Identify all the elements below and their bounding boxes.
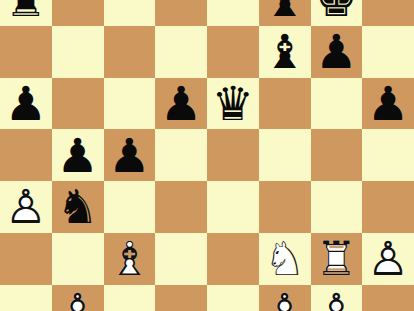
square-h7[interactable] — [362, 26, 414, 78]
square-f4[interactable] — [259, 181, 311, 233]
square-d7[interactable] — [155, 26, 207, 78]
black-bishop[interactable]: ♝ — [259, 26, 311, 78]
square-a6[interactable]: ♟ — [0, 78, 52, 130]
square-g7[interactable]: ♟ — [311, 26, 363, 78]
square-e8[interactable] — [207, 0, 259, 26]
square-g2[interactable]: ♟♙ — [311, 285, 363, 311]
black-pawn[interactable]: ♟ — [362, 78, 414, 130]
square-e3[interactable] — [207, 233, 259, 285]
white-knight[interactable]: ♘ — [259, 233, 311, 285]
chess-board: ♜♝♚♝♟♟♟♛♟♟♟♟♙♞♝♗♞♘♜♖♟♙♟♙♟♙♟♙ — [0, 0, 414, 311]
square-g5[interactable] — [311, 129, 363, 181]
square-b2[interactable]: ♟♙ — [52, 285, 104, 311]
square-f6[interactable] — [259, 78, 311, 130]
square-h2[interactable] — [362, 285, 414, 311]
square-g4[interactable] — [311, 181, 363, 233]
square-d5[interactable] — [155, 129, 207, 181]
square-g3[interactable]: ♜♖ — [311, 233, 363, 285]
square-e2[interactable] — [207, 285, 259, 311]
white-pawn[interactable]: ♙ — [311, 285, 363, 311]
square-c3[interactable]: ♝♗ — [104, 233, 156, 285]
square-f7[interactable]: ♝ — [259, 26, 311, 78]
white-pawn[interactable]: ♙ — [52, 285, 104, 311]
square-d4[interactable] — [155, 181, 207, 233]
square-e7[interactable] — [207, 26, 259, 78]
square-b6[interactable] — [52, 78, 104, 130]
square-b4[interactable]: ♞ — [52, 181, 104, 233]
black-pawn[interactable]: ♟ — [104, 129, 156, 181]
white-pawn[interactable]: ♙ — [362, 233, 414, 285]
square-c4[interactable] — [104, 181, 156, 233]
square-h6[interactable]: ♟ — [362, 78, 414, 130]
white-pawn[interactable]: ♙ — [259, 285, 311, 311]
square-c5[interactable]: ♟ — [104, 129, 156, 181]
square-a7[interactable] — [0, 26, 52, 78]
square-d3[interactable] — [155, 233, 207, 285]
square-b3[interactable] — [52, 233, 104, 285]
square-c8[interactable] — [104, 0, 156, 26]
square-b7[interactable] — [52, 26, 104, 78]
square-g6[interactable] — [311, 78, 363, 130]
square-e6[interactable]: ♛ — [207, 78, 259, 130]
black-pawn[interactable]: ♟ — [155, 78, 207, 130]
square-b8[interactable] — [52, 0, 104, 26]
square-c7[interactable] — [104, 26, 156, 78]
white-bishop[interactable]: ♗ — [104, 233, 156, 285]
square-g8[interactable]: ♚ — [311, 0, 363, 26]
white-rook[interactable]: ♖ — [311, 233, 363, 285]
white-pawn[interactable]: ♙ — [0, 181, 52, 233]
square-f3[interactable]: ♞♘ — [259, 233, 311, 285]
square-a4[interactable]: ♟♙ — [0, 181, 52, 233]
square-c2[interactable] — [104, 285, 156, 311]
square-f5[interactable] — [259, 129, 311, 181]
black-pawn[interactable]: ♟ — [52, 129, 104, 181]
square-a2[interactable] — [0, 285, 52, 311]
square-h8[interactable] — [362, 0, 414, 26]
square-c6[interactable] — [104, 78, 156, 130]
black-king[interactable]: ♚ — [311, 0, 363, 26]
black-knight[interactable]: ♞ — [52, 181, 104, 233]
square-h3[interactable]: ♟♙ — [362, 233, 414, 285]
square-b5[interactable]: ♟ — [52, 129, 104, 181]
chess-board-viewport: ♜♝♚♝♟♟♟♛♟♟♟♟♙♞♝♗♞♘♜♖♟♙♟♙♟♙♟♙ — [0, 0, 414, 311]
square-h5[interactable] — [362, 129, 414, 181]
square-e4[interactable] — [207, 181, 259, 233]
square-f2[interactable]: ♟♙ — [259, 285, 311, 311]
square-e5[interactable] — [207, 129, 259, 181]
square-h4[interactable] — [362, 181, 414, 233]
square-a3[interactable] — [0, 233, 52, 285]
black-bishop[interactable]: ♝ — [259, 0, 311, 26]
black-rook[interactable]: ♜ — [0, 0, 52, 26]
square-d6[interactable]: ♟ — [155, 78, 207, 130]
square-f8[interactable]: ♝ — [259, 0, 311, 26]
black-queen[interactable]: ♛ — [207, 78, 259, 130]
square-d2[interactable] — [155, 285, 207, 311]
black-pawn[interactable]: ♟ — [0, 78, 52, 130]
black-pawn[interactable]: ♟ — [311, 26, 363, 78]
square-d8[interactable] — [155, 0, 207, 26]
square-a5[interactable] — [0, 129, 52, 181]
square-a8[interactable]: ♜ — [0, 0, 52, 26]
